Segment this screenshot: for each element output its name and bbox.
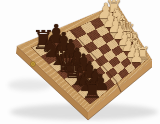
- cast-shadow-left: [8, 79, 52, 91]
- chess-set-photo: ♜♞♝♛♚♝♞♜♟♟♟♟♟♟♟♟♟♟♟♟♟♟♟♟♜♞♝♛♚♝♞♜: [0, 0, 160, 124]
- board-grid: [32, 10, 147, 104]
- chess-board: [17, 4, 152, 112]
